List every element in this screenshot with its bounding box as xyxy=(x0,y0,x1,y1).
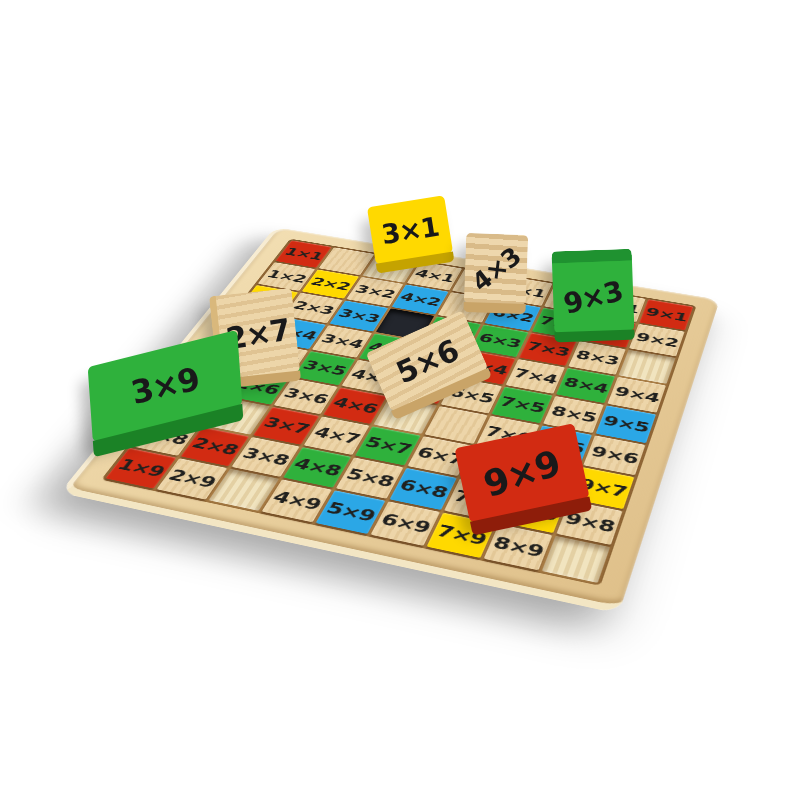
slot-9x9 xyxy=(542,536,610,583)
lifted-tile-label: 9×9 xyxy=(479,442,565,505)
lifted-tile-label: 4×3 xyxy=(466,241,525,296)
lifted-tile-3x9[interactable]: 3×9 xyxy=(88,330,243,442)
product-photo-scene: 1×14×16×18×19×11×22×23×24×26×27×28×29×21… xyxy=(0,0,800,800)
lifted-tile-label: 5×6 xyxy=(391,332,464,390)
lifted-tile-3x1[interactable]: 3×1 xyxy=(367,195,453,264)
lifted-tile-9x3[interactable]: 9×3 xyxy=(552,249,635,334)
lifted-tile-label: 3×1 xyxy=(379,210,440,250)
lifted-tile-label: 3×9 xyxy=(127,360,202,412)
lifted-tile-label: 9×3 xyxy=(560,274,626,320)
lifted-tile-4x3[interactable]: 4×3 xyxy=(464,233,528,305)
